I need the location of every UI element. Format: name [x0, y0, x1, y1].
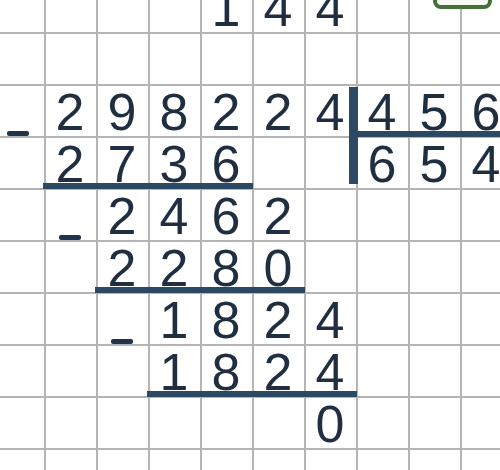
graph-paper-worksheet: 144298224456273665424622280182418240: [0, 0, 500, 470]
digit-cell: 6: [200, 136, 252, 188]
digit-cell: 2: [252, 84, 304, 136]
digit-cell: 4: [304, 344, 356, 396]
digit-cell: 2: [252, 188, 304, 240]
digit-cell: 5: [408, 84, 460, 136]
subtraction-line: [95, 287, 305, 293]
digit-cell: 6: [460, 84, 500, 136]
digit-cell: 4: [252, 0, 304, 32]
digit-cell: 2: [252, 344, 304, 396]
digit-cell: 8: [200, 344, 252, 396]
digit-cell: 4: [460, 136, 500, 188]
minus-sign: [111, 339, 133, 344]
digit-cell: 5: [408, 136, 460, 188]
long-division-board: 144298224456273665424622280182418240: [0, 0, 500, 470]
digit-cell: 8: [200, 292, 252, 344]
green-highlight-box: [433, 0, 492, 9]
digit-cell: 4: [304, 0, 356, 32]
digit-cell: 6: [356, 136, 408, 188]
digit-cell: 1: [148, 344, 200, 396]
digit-cell: 1: [200, 0, 252, 32]
digit-cell: 8: [200, 240, 252, 292]
division-bracket-horizontal: [353, 131, 500, 137]
digit-cell: 2: [96, 240, 148, 292]
digit-cell: 8: [148, 84, 200, 136]
subtraction-line: [43, 183, 253, 189]
digit-cell: 0: [252, 240, 304, 292]
digit-cell: 7: [96, 136, 148, 188]
digit-cell: 2: [252, 292, 304, 344]
digit-cell: 2: [44, 136, 96, 188]
digit-cell: 6: [200, 188, 252, 240]
digit-cell: 4: [304, 292, 356, 344]
digit-cell: 2: [148, 240, 200, 292]
subtraction-line: [147, 391, 357, 397]
digit-cell: 9: [96, 84, 148, 136]
digit-cell: 4: [148, 188, 200, 240]
minus-sign: [59, 235, 81, 240]
digit-cell: 0: [304, 396, 356, 448]
digit-cell: 2: [44, 84, 96, 136]
digit-cell: 2: [200, 84, 252, 136]
digit-cell: 3: [148, 136, 200, 188]
digit-cell: 2: [96, 188, 148, 240]
minus-sign: [7, 131, 29, 136]
digit-cell: 1: [148, 292, 200, 344]
digit-cell: 4: [356, 84, 408, 136]
